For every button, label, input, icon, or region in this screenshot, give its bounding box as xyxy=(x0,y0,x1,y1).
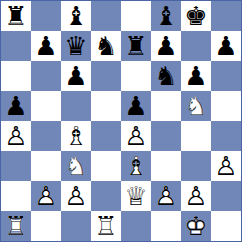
square-b8[interactable] xyxy=(31,1,61,31)
piece-outline-glyph: ♙ xyxy=(64,183,87,209)
piece-outline-glyph: ♙ xyxy=(214,153,237,179)
square-a7[interactable] xyxy=(1,31,31,61)
black-pawn-icon: ♟ xyxy=(124,93,147,119)
square-h5[interactable] xyxy=(211,91,241,121)
square-f5[interactable] xyxy=(151,91,181,121)
piece-fill-glyph: ♟ xyxy=(4,93,27,119)
square-h3[interactable]: ♟♙ xyxy=(211,151,241,181)
piece-outline-glyph: ♙ xyxy=(4,123,27,149)
piece-outline-glyph: ♘ xyxy=(184,93,207,119)
square-h8[interactable] xyxy=(211,1,241,31)
square-g4[interactable] xyxy=(181,121,211,151)
square-a5[interactable]: ♟ xyxy=(1,91,31,121)
white-queen-icon: ♛♕ xyxy=(124,183,147,209)
black-pawn-icon: ♟ xyxy=(34,33,57,59)
square-c7[interactable]: ♛ xyxy=(61,31,91,61)
square-a3[interactable] xyxy=(1,151,31,181)
square-h4[interactable] xyxy=(211,121,241,151)
square-f1[interactable] xyxy=(151,211,181,241)
square-e8[interactable] xyxy=(121,1,151,31)
square-c4[interactable]: ♝♗ xyxy=(61,121,91,151)
white-pawn-icon: ♟♙ xyxy=(4,123,27,149)
black-knight-icon: ♞ xyxy=(94,33,117,59)
square-f3[interactable] xyxy=(151,151,181,181)
white-knight-icon: ♞♘ xyxy=(64,153,87,179)
square-h1[interactable] xyxy=(211,211,241,241)
white-pawn-icon: ♟♙ xyxy=(64,183,87,209)
square-g3[interactable] xyxy=(181,151,211,181)
square-a8[interactable]: ♜ xyxy=(1,1,31,31)
square-e1[interactable] xyxy=(121,211,151,241)
chess-board-container: ♜♝♝♚♟♛♞♜♟♟♟♞♟♟♟♞♘♟♙♝♗♟♙♞♘♝♗♟♙♟♙♟♙♛♕♟♙♟♙♜… xyxy=(0,0,242,242)
square-g1[interactable]: ♚♔ xyxy=(181,211,211,241)
square-f7[interactable]: ♟ xyxy=(151,31,181,61)
piece-fill-glyph: ♝ xyxy=(64,3,87,29)
chess-board: ♜♝♝♚♟♛♞♜♟♟♟♞♟♟♟♞♘♟♙♝♗♟♙♞♘♝♗♟♙♟♙♟♙♛♕♟♙♟♙♜… xyxy=(0,0,242,242)
square-b1[interactable] xyxy=(31,211,61,241)
square-e4[interactable]: ♟♙ xyxy=(121,121,151,151)
piece-outline-glyph: ♗ xyxy=(124,153,147,179)
piece-fill-glyph: ♟ xyxy=(64,63,87,89)
piece-fill-glyph: ♞ xyxy=(94,33,117,59)
square-b4[interactable] xyxy=(31,121,61,151)
square-f4[interactable] xyxy=(151,121,181,151)
square-d7[interactable]: ♞ xyxy=(91,31,121,61)
square-d6[interactable] xyxy=(91,61,121,91)
square-c8[interactable]: ♝ xyxy=(61,1,91,31)
square-e3[interactable]: ♝♗ xyxy=(121,151,151,181)
black-pawn-icon: ♟ xyxy=(214,33,237,59)
square-e5[interactable]: ♟ xyxy=(121,91,151,121)
square-e2[interactable]: ♛♕ xyxy=(121,181,151,211)
white-bishop-icon: ♝♗ xyxy=(64,123,87,149)
square-c2[interactable]: ♟♙ xyxy=(61,181,91,211)
square-g2[interactable]: ♟♙ xyxy=(181,181,211,211)
white-rook-icon: ♜♖ xyxy=(4,213,27,239)
square-d8[interactable] xyxy=(91,1,121,31)
piece-fill-glyph: ♜ xyxy=(4,3,27,29)
piece-outline-glyph: ♙ xyxy=(124,123,147,149)
square-c3[interactable]: ♞♘ xyxy=(61,151,91,181)
piece-fill-glyph: ♝ xyxy=(154,3,177,29)
black-rook-icon: ♜ xyxy=(4,3,27,29)
square-d4[interactable] xyxy=(91,121,121,151)
black-king-icon: ♚ xyxy=(184,3,207,29)
square-g7[interactable] xyxy=(181,31,211,61)
square-f6[interactable]: ♞ xyxy=(151,61,181,91)
piece-outline-glyph: ♙ xyxy=(34,183,57,209)
piece-fill-glyph: ♚ xyxy=(184,3,207,29)
square-b5[interactable] xyxy=(31,91,61,121)
white-rook-icon: ♜♖ xyxy=(94,213,117,239)
piece-fill-glyph: ♞ xyxy=(154,63,177,89)
piece-fill-glyph: ♜ xyxy=(124,33,147,59)
white-pawn-icon: ♟♙ xyxy=(34,183,57,209)
square-b6[interactable] xyxy=(31,61,61,91)
piece-fill-glyph: ♟ xyxy=(154,33,177,59)
white-pawn-icon: ♟♙ xyxy=(184,183,207,209)
piece-fill-glyph: ♟ xyxy=(124,93,147,119)
piece-outline-glyph: ♙ xyxy=(184,183,207,209)
square-a4[interactable]: ♟♙ xyxy=(1,121,31,151)
piece-outline-glyph: ♕ xyxy=(124,183,147,209)
black-knight-icon: ♞ xyxy=(154,63,177,89)
square-g6[interactable]: ♟ xyxy=(181,61,211,91)
square-h6[interactable] xyxy=(211,61,241,91)
square-a1[interactable]: ♜♖ xyxy=(1,211,31,241)
square-g8[interactable]: ♚ xyxy=(181,1,211,31)
black-queen-icon: ♛ xyxy=(64,33,87,59)
white-pawn-icon: ♟♙ xyxy=(124,123,147,149)
square-f8[interactable]: ♝ xyxy=(151,1,181,31)
piece-outline-glyph: ♔ xyxy=(184,213,207,239)
piece-outline-glyph: ♗ xyxy=(64,123,87,149)
square-e7[interactable]: ♜ xyxy=(121,31,151,61)
white-bishop-icon: ♝♗ xyxy=(124,153,147,179)
piece-fill-glyph: ♟ xyxy=(34,33,57,59)
piece-outline-glyph: ♘ xyxy=(64,153,87,179)
piece-fill-glyph: ♛ xyxy=(64,33,87,59)
square-d1[interactable]: ♜♖ xyxy=(91,211,121,241)
black-pawn-icon: ♟ xyxy=(154,33,177,59)
white-king-icon: ♚♔ xyxy=(184,213,207,239)
black-rook-icon: ♜ xyxy=(124,33,147,59)
piece-fill-glyph: ♟ xyxy=(214,33,237,59)
square-b2[interactable]: ♟♙ xyxy=(31,181,61,211)
square-a2[interactable] xyxy=(1,181,31,211)
square-e6[interactable] xyxy=(121,61,151,91)
piece-outline-glyph: ♙ xyxy=(154,183,177,209)
white-pawn-icon: ♟♙ xyxy=(154,183,177,209)
black-bishop-icon: ♝ xyxy=(64,3,87,29)
square-f2[interactable]: ♟♙ xyxy=(151,181,181,211)
square-b7[interactable]: ♟ xyxy=(31,31,61,61)
black-bishop-icon: ♝ xyxy=(154,3,177,29)
white-knight-icon: ♞♘ xyxy=(184,93,207,119)
square-c1[interactable] xyxy=(61,211,91,241)
square-d5[interactable] xyxy=(91,91,121,121)
square-a6[interactable] xyxy=(1,61,31,91)
black-pawn-icon: ♟ xyxy=(64,63,87,89)
square-c5[interactable] xyxy=(61,91,91,121)
square-h2[interactable] xyxy=(211,181,241,211)
square-d2[interactable] xyxy=(91,181,121,211)
square-d3[interactable] xyxy=(91,151,121,181)
square-c6[interactable]: ♟ xyxy=(61,61,91,91)
black-pawn-icon: ♟ xyxy=(184,63,207,89)
piece-outline-glyph: ♖ xyxy=(94,213,117,239)
piece-fill-glyph: ♟ xyxy=(184,63,207,89)
piece-outline-glyph: ♖ xyxy=(4,213,27,239)
white-pawn-icon: ♟♙ xyxy=(214,153,237,179)
black-pawn-icon: ♟ xyxy=(4,93,27,119)
square-g5[interactable]: ♞♘ xyxy=(181,91,211,121)
square-b3[interactable] xyxy=(31,151,61,181)
square-h7[interactable]: ♟ xyxy=(211,31,241,61)
